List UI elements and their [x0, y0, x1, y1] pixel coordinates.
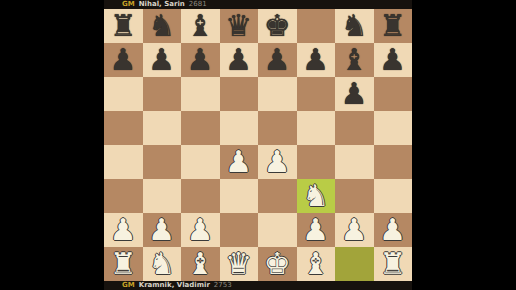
square-d7[interactable]: ♟	[220, 43, 259, 77]
square-d3[interactable]	[220, 179, 259, 213]
piece-white-queen[interactable]: ♛	[225, 247, 252, 281]
piece-white-pawn[interactable]: ♟	[148, 213, 175, 247]
piece-white-king[interactable]: ♚	[264, 247, 291, 281]
bottom-player-rating: 2753	[214, 281, 232, 290]
square-c8[interactable]: ♝	[181, 9, 220, 43]
square-e5[interactable]	[258, 111, 297, 145]
square-b2[interactable]: ♟	[143, 213, 182, 247]
square-c7[interactable]: ♟	[181, 43, 220, 77]
piece-white-pawn[interactable]: ♟	[302, 213, 329, 247]
square-h2[interactable]: ♟	[374, 213, 413, 247]
piece-black-pawn[interactable]: ♟	[187, 43, 214, 77]
square-e2[interactable]	[258, 213, 297, 247]
chess-board[interactable]: ♜♞♝♛♚♞♜♟♟♟♟♟♟♝♟♟♟♟♞♟♟♟♟♟♟♜♞♝♛♚♝♜	[104, 9, 412, 281]
square-f5[interactable]	[297, 111, 336, 145]
piece-black-bishop[interactable]: ♝	[341, 43, 368, 77]
square-g3[interactable]	[335, 179, 374, 213]
piece-white-pawn[interactable]: ♟	[379, 213, 406, 247]
piece-white-knight[interactable]: ♞	[148, 247, 175, 281]
top-player-bar: GM Nihal, Sarin 2681	[104, 0, 412, 9]
square-f7[interactable]: ♟	[297, 43, 336, 77]
top-player-title: GM	[122, 0, 135, 9]
square-b7[interactable]: ♟	[143, 43, 182, 77]
piece-white-knight[interactable]: ♞	[302, 179, 329, 213]
square-f1[interactable]: ♝	[297, 247, 336, 281]
square-c1[interactable]: ♝	[181, 247, 220, 281]
square-a5[interactable]	[104, 111, 143, 145]
square-g2[interactable]: ♟	[335, 213, 374, 247]
top-player-rating: 2681	[189, 0, 207, 9]
square-c3[interactable]	[181, 179, 220, 213]
piece-black-rook[interactable]: ♜	[379, 9, 406, 43]
square-d1[interactable]: ♛	[220, 247, 259, 281]
square-e8[interactable]: ♚	[258, 9, 297, 43]
square-d2[interactable]	[220, 213, 259, 247]
piece-black-pawn[interactable]: ♟	[341, 77, 368, 111]
square-c2[interactable]: ♟	[181, 213, 220, 247]
square-d5[interactable]	[220, 111, 259, 145]
square-b1[interactable]: ♞	[143, 247, 182, 281]
piece-black-queen[interactable]: ♛	[225, 9, 252, 43]
square-h6[interactable]	[374, 77, 413, 111]
square-b5[interactable]	[143, 111, 182, 145]
piece-black-pawn[interactable]: ♟	[148, 43, 175, 77]
piece-black-knight[interactable]: ♞	[148, 9, 175, 43]
square-b3[interactable]	[143, 179, 182, 213]
square-h3[interactable]	[374, 179, 413, 213]
square-c5[interactable]	[181, 111, 220, 145]
square-a4[interactable]	[104, 145, 143, 179]
piece-black-pawn[interactable]: ♟	[302, 43, 329, 77]
piece-black-bishop[interactable]: ♝	[187, 9, 214, 43]
square-e4[interactable]: ♟	[258, 145, 297, 179]
piece-white-pawn[interactable]: ♟	[110, 213, 137, 247]
piece-white-pawn[interactable]: ♟	[341, 213, 368, 247]
piece-black-pawn[interactable]: ♟	[379, 43, 406, 77]
top-player-name: Nihal, Sarin	[139, 0, 185, 9]
piece-black-king[interactable]: ♚	[264, 9, 291, 43]
square-g4[interactable]	[335, 145, 374, 179]
bottom-player-title: GM	[122, 281, 135, 290]
piece-black-rook[interactable]: ♜	[110, 9, 137, 43]
square-d4[interactable]: ♟	[220, 145, 259, 179]
square-b8[interactable]: ♞	[143, 9, 182, 43]
square-a8[interactable]: ♜	[104, 9, 143, 43]
square-a6[interactable]	[104, 77, 143, 111]
square-e6[interactable]	[258, 77, 297, 111]
piece-black-knight[interactable]: ♞	[341, 9, 368, 43]
square-a1[interactable]: ♜	[104, 247, 143, 281]
square-g7[interactable]: ♝	[335, 43, 374, 77]
piece-white-bishop[interactable]: ♝	[302, 247, 329, 281]
square-g6[interactable]: ♟	[335, 77, 374, 111]
piece-black-pawn[interactable]: ♟	[110, 43, 137, 77]
piece-white-rook[interactable]: ♜	[110, 247, 137, 281]
square-f6[interactable]	[297, 77, 336, 111]
square-g8[interactable]: ♞	[335, 9, 374, 43]
piece-white-bishop[interactable]: ♝	[187, 247, 214, 281]
square-a2[interactable]: ♟	[104, 213, 143, 247]
square-d6[interactable]	[220, 77, 259, 111]
square-h7[interactable]: ♟	[374, 43, 413, 77]
piece-black-pawn[interactable]: ♟	[225, 43, 252, 77]
piece-white-pawn[interactable]: ♟	[264, 145, 291, 179]
square-f3[interactable]: ♞	[297, 179, 336, 213]
square-b6[interactable]	[143, 77, 182, 111]
square-h8[interactable]: ♜	[374, 9, 413, 43]
bottom-player-bar: GM Kramnik, Vladimir 2753	[104, 281, 412, 290]
square-g1[interactable]	[335, 247, 374, 281]
square-h4[interactable]	[374, 145, 413, 179]
square-c6[interactable]	[181, 77, 220, 111]
square-d8[interactable]: ♛	[220, 9, 259, 43]
piece-white-pawn[interactable]: ♟	[187, 213, 214, 247]
square-f8[interactable]	[297, 9, 336, 43]
piece-white-pawn[interactable]: ♟	[225, 145, 252, 179]
square-g5[interactable]	[335, 111, 374, 145]
square-b4[interactable]	[143, 145, 182, 179]
bottom-player-name: Kramnik, Vladimir	[139, 281, 210, 290]
square-h1[interactable]: ♜	[374, 247, 413, 281]
piece-white-rook[interactable]: ♜	[379, 247, 406, 281]
square-c4[interactable]	[181, 145, 220, 179]
square-h5[interactable]	[374, 111, 413, 145]
square-f2[interactable]: ♟	[297, 213, 336, 247]
square-f4[interactable]	[297, 145, 336, 179]
square-e3[interactable]	[258, 179, 297, 213]
square-e7[interactable]: ♟	[258, 43, 297, 77]
video-frame: GM Nihal, Sarin 2681 ♜♞♝♛♚♞♜♟♟♟♟♟♟♝♟♟♟♟♞…	[0, 0, 516, 290]
square-e1[interactable]: ♚	[258, 247, 297, 281]
piece-black-pawn[interactable]: ♟	[264, 43, 291, 77]
square-a7[interactable]: ♟	[104, 43, 143, 77]
square-a3[interactable]	[104, 179, 143, 213]
